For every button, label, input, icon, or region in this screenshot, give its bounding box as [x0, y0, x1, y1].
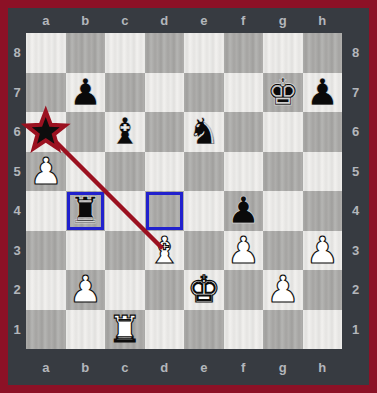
- file-label-top-h: h: [303, 8, 343, 33]
- square-b8[interactable]: [66, 33, 106, 73]
- square-d5[interactable]: [145, 152, 185, 192]
- rank-labels-left: 87654321: [8, 33, 26, 349]
- square-a8[interactable]: [26, 33, 66, 73]
- square-d1[interactable]: [145, 310, 185, 350]
- rank-label-right-1: 1: [342, 310, 369, 350]
- square-g3[interactable]: [263, 231, 303, 271]
- file-label-bottom-e: e: [184, 349, 224, 385]
- file-label-bottom-a: a: [26, 349, 66, 385]
- diagram-outer-border: abcdefgh abcdefgh 87654321 87654321 ♟♚♟♝…: [0, 0, 377, 393]
- square-g6[interactable]: [263, 112, 303, 152]
- rank-label-left-3: 3: [8, 231, 26, 271]
- square-h8[interactable]: [303, 33, 343, 73]
- rank-label-left-2: 2: [8, 270, 26, 310]
- square-a5[interactable]: ♟: [26, 152, 66, 192]
- square-a4[interactable]: [26, 191, 66, 231]
- file-labels-bottom: abcdefgh: [26, 349, 342, 385]
- square-f7[interactable]: [224, 73, 264, 113]
- square-e3[interactable]: [184, 231, 224, 271]
- piece-black-pawn-h7[interactable]: ♟: [306, 73, 339, 113]
- file-label-top-b: b: [66, 8, 106, 33]
- rank-label-left-8: 8: [8, 33, 26, 73]
- rank-label-left-4: 4: [8, 191, 26, 231]
- file-label-bottom-d: d: [145, 349, 185, 385]
- square-f6[interactable]: [224, 112, 264, 152]
- square-g2[interactable]: ♟: [263, 270, 303, 310]
- square-h1[interactable]: [303, 310, 343, 350]
- square-h3[interactable]: ♟: [303, 231, 343, 271]
- square-g5[interactable]: [263, 152, 303, 192]
- file-label-bottom-c: c: [105, 349, 145, 385]
- piece-white-pawn-g2[interactable]: ♟: [266, 270, 299, 310]
- rank-label-right-2: 2: [342, 270, 369, 310]
- square-e2[interactable]: ♚: [184, 270, 224, 310]
- rank-label-right-6: 6: [342, 112, 369, 152]
- square-b2[interactable]: ♟: [66, 270, 106, 310]
- square-a2[interactable]: [26, 270, 66, 310]
- square-c7[interactable]: [105, 73, 145, 113]
- rank-label-left-7: 7: [8, 73, 26, 113]
- rank-label-right-4: 4: [342, 191, 369, 231]
- square-a7[interactable]: [26, 73, 66, 113]
- square-e4[interactable]: [184, 191, 224, 231]
- square-d4[interactable]: [145, 191, 185, 231]
- piece-black-bishop-c6[interactable]: ♝: [108, 112, 141, 152]
- square-d7[interactable]: [145, 73, 185, 113]
- square-c5[interactable]: [105, 152, 145, 192]
- file-label-bottom-h: h: [303, 349, 343, 385]
- square-f5[interactable]: [224, 152, 264, 192]
- piece-white-pawn-b2[interactable]: ♟: [69, 270, 102, 310]
- board: ♟♚♟♝♞♟♜♟♝♟♟♟♚♟♜: [26, 33, 342, 349]
- piece-black-rook-b4[interactable]: ♜: [69, 191, 102, 231]
- square-g8[interactable]: [263, 33, 303, 73]
- square-a3[interactable]: [26, 231, 66, 271]
- square-e8[interactable]: [184, 33, 224, 73]
- square-c1[interactable]: ♜: [105, 310, 145, 350]
- square-f4[interactable]: ♟: [224, 191, 264, 231]
- piece-white-pawn-a5[interactable]: ♟: [29, 152, 62, 192]
- rank-label-right-7: 7: [342, 73, 369, 113]
- file-label-top-c: c: [105, 8, 145, 33]
- square-b3[interactable]: [66, 231, 106, 271]
- rank-label-right-8: 8: [342, 33, 369, 73]
- square-e1[interactable]: [184, 310, 224, 350]
- square-a1[interactable]: [26, 310, 66, 350]
- square-f2[interactable]: [224, 270, 264, 310]
- square-b7[interactable]: ♟: [66, 73, 106, 113]
- file-label-top-a: a: [26, 8, 66, 33]
- square-b5[interactable]: [66, 152, 106, 192]
- square-g4[interactable]: [263, 191, 303, 231]
- square-h6[interactable]: [303, 112, 343, 152]
- square-c6[interactable]: ♝: [105, 112, 145, 152]
- square-c4[interactable]: [105, 191, 145, 231]
- rank-labels-right: 87654321: [342, 33, 369, 349]
- square-d6[interactable]: [145, 112, 185, 152]
- file-label-bottom-f: f: [224, 349, 264, 385]
- square-b1[interactable]: [66, 310, 106, 350]
- piece-black-pawn-f4[interactable]: ♟: [227, 191, 260, 231]
- piece-white-pawn-h3[interactable]: ♟: [306, 231, 339, 271]
- square-h4[interactable]: [303, 191, 343, 231]
- file-label-top-g: g: [263, 8, 303, 33]
- file-label-bottom-g: g: [263, 349, 303, 385]
- piece-black-king-g7[interactable]: ♚: [266, 73, 299, 113]
- square-c8[interactable]: [105, 33, 145, 73]
- file-label-bottom-b: b: [66, 349, 106, 385]
- square-d3[interactable]: ♝: [145, 231, 185, 271]
- highlight-d4: [146, 192, 184, 230]
- square-h5[interactable]: [303, 152, 343, 192]
- square-h7[interactable]: ♟: [303, 73, 343, 113]
- piece-white-pawn-f3[interactable]: ♟: [227, 231, 260, 271]
- piece-black-knight-e6[interactable]: ♞: [187, 112, 220, 152]
- rank-label-right-5: 5: [342, 152, 369, 192]
- square-e7[interactable]: [184, 73, 224, 113]
- square-f8[interactable]: [224, 33, 264, 73]
- rank-label-left-1: 1: [8, 310, 26, 350]
- square-b6[interactable]: [66, 112, 106, 152]
- file-label-top-f: f: [224, 8, 264, 33]
- square-e6[interactable]: ♞: [184, 112, 224, 152]
- square-g1[interactable]: [263, 310, 303, 350]
- square-c2[interactable]: [105, 270, 145, 310]
- square-g7[interactable]: ♚: [263, 73, 303, 113]
- square-h2[interactable]: [303, 270, 343, 310]
- piece-black-pawn-b7[interactable]: ♟: [69, 73, 102, 113]
- rank-label-left-6: 6: [8, 112, 26, 152]
- square-e5[interactable]: [184, 152, 224, 192]
- square-a6[interactable]: [26, 112, 66, 152]
- square-d8[interactable]: [145, 33, 185, 73]
- rank-label-left-5: 5: [8, 152, 26, 192]
- square-f3[interactable]: ♟: [224, 231, 264, 271]
- piece-white-king-e2[interactable]: ♚: [187, 270, 220, 310]
- file-labels-top: abcdefgh: [26, 8, 342, 33]
- square-d2[interactable]: [145, 270, 185, 310]
- rank-label-right-3: 3: [342, 231, 369, 271]
- square-c3[interactable]: [105, 231, 145, 271]
- file-label-top-e: e: [184, 8, 224, 33]
- square-b4[interactable]: ♜: [66, 191, 106, 231]
- piece-white-bishop-d3[interactable]: ♝: [148, 231, 181, 271]
- square-f1[interactable]: [224, 310, 264, 350]
- file-label-top-d: d: [145, 8, 185, 33]
- piece-white-rook-c1[interactable]: ♜: [108, 310, 141, 350]
- board-frame: abcdefgh abcdefgh 87654321 87654321 ♟♚♟♝…: [8, 8, 369, 385]
